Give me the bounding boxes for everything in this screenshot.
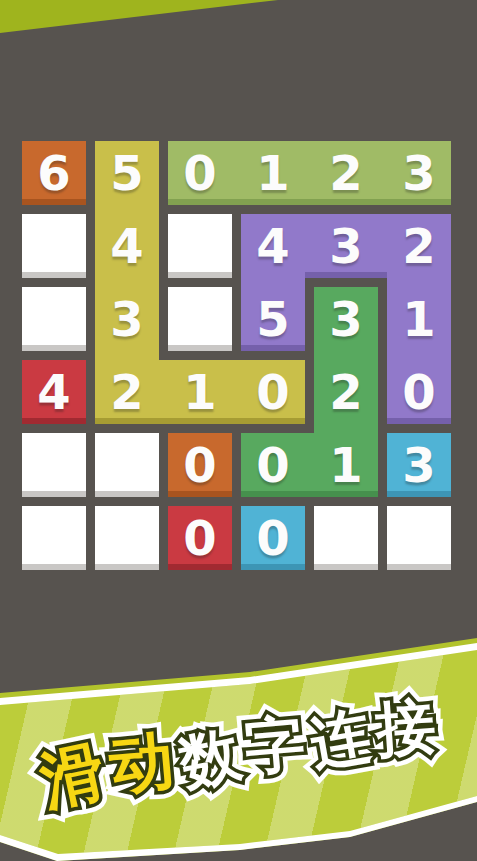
tile-cyan-3-r5c6-value-3[interactable]: 3 xyxy=(387,433,451,497)
cell-shade xyxy=(22,345,86,351)
cell-shade xyxy=(95,564,159,570)
snake-purple-5-connector-shade xyxy=(305,272,314,278)
banner-title-char: 连 xyxy=(302,689,379,788)
tile-number: 0 xyxy=(241,506,305,570)
snake-lime-3-connector[interactable] xyxy=(378,141,387,205)
tile-red-0-r6c3-value-0[interactable]: 0 xyxy=(168,506,232,570)
tile-number: 5 xyxy=(95,141,159,205)
empty-cell-r5c2[interactable] xyxy=(95,433,159,497)
cell-shade xyxy=(168,345,232,351)
tile-number: 1 xyxy=(387,287,451,351)
tile-number: 1 xyxy=(168,360,232,424)
cell-shade xyxy=(314,564,378,570)
empty-cell-r3c3[interactable] xyxy=(168,287,232,351)
empty-cell-r5c1[interactable] xyxy=(22,433,86,497)
cell-shade xyxy=(387,564,451,570)
snake-purple-5-connector-shade xyxy=(378,272,387,278)
tile-yellow-5-r2c2-value-4[interactable]: 4 xyxy=(95,214,159,278)
empty-cell-r6c6[interactable] xyxy=(387,506,451,570)
tile-lime-3-r1c4-value-1[interactable]: 1 xyxy=(241,141,305,205)
tile-number: 0 xyxy=(241,360,305,424)
snake-green-3-connector[interactable] xyxy=(314,424,378,433)
tile-number: 3 xyxy=(314,287,378,351)
title-banner: 滑动数字连接 滑动数字连接 滑动数字连接 xyxy=(0,620,477,861)
tile-number: 0 xyxy=(168,141,232,205)
snake-yellow-5-connector-shade xyxy=(159,418,168,424)
tile-green-3-r3c5-value-3[interactable]: 3 xyxy=(314,287,378,351)
tile-number: 0 xyxy=(168,506,232,570)
tile-yellow-5-r4c4-value-0[interactable]: 0 xyxy=(241,360,305,424)
tile-number: 5 xyxy=(241,287,305,351)
tile-number: 3 xyxy=(314,214,378,278)
tile-number: 3 xyxy=(95,287,159,351)
tile-purple-5-r3c6-value-1[interactable]: 1 xyxy=(387,287,451,351)
cell-shade xyxy=(22,272,86,278)
empty-cell-r2c3[interactable] xyxy=(168,214,232,278)
empty-cell-r6c2[interactable] xyxy=(95,506,159,570)
tile-lime-3-r1c5-value-2[interactable]: 2 xyxy=(314,141,378,205)
tile-purple-5-r2c4-value-4[interactable]: 4 xyxy=(241,214,305,278)
tile-lime-3-r1c6-value-3[interactable]: 3 xyxy=(387,141,451,205)
tile-number: 0 xyxy=(387,360,451,424)
tile-red-4-r4c1-value-4[interactable]: 4 xyxy=(22,360,86,424)
empty-cell-r6c5[interactable] xyxy=(314,506,378,570)
snake-yellow-5-connector[interactable] xyxy=(232,360,241,424)
tile-number: 6 xyxy=(22,141,86,205)
tile-number: 3 xyxy=(387,141,451,205)
empty-cell-r3c1[interactable] xyxy=(22,287,86,351)
tile-green-3-r4c5-value-2[interactable]: 2 xyxy=(314,360,378,424)
tile-green-3-r5c4-value-0[interactable]: 0 xyxy=(241,433,305,497)
tile-number: 2 xyxy=(387,214,451,278)
tile-number: 0 xyxy=(168,433,232,497)
snake-lime-3-connector-shade xyxy=(378,199,387,205)
tile-orange-0-r5c3-value-0[interactable]: 0 xyxy=(168,433,232,497)
tile-number: 2 xyxy=(95,360,159,424)
tile-yellow-5-r4c2-value-2[interactable]: 2 xyxy=(95,360,159,424)
tile-green-3-r5c5-value-1[interactable]: 1 xyxy=(314,433,378,497)
tile-number: 4 xyxy=(241,214,305,278)
snake-lime-3-connector[interactable] xyxy=(305,141,314,205)
snake-lime-3-connector-shade xyxy=(305,199,314,205)
cell-shade xyxy=(168,272,232,278)
snake-purple-5-connector[interactable] xyxy=(387,278,451,287)
banner-title-part1: 滑动 xyxy=(33,723,182,816)
snake-purple-5-connector[interactable] xyxy=(305,214,314,278)
cell-shade xyxy=(22,564,86,570)
snake-yellow-5-connector[interactable] xyxy=(95,278,159,287)
tile-lime-3-r1c3-value-0[interactable]: 0 xyxy=(168,141,232,205)
cell-shade xyxy=(22,491,86,497)
tile-number: 4 xyxy=(22,360,86,424)
empty-cell-r6c1[interactable] xyxy=(22,506,86,570)
tile-number: 2 xyxy=(314,360,378,424)
banner-title-char: 动 xyxy=(105,715,179,810)
empty-cell-r2c1[interactable] xyxy=(22,214,86,278)
banner-title-char: 滑 xyxy=(32,725,115,827)
tile-number: 1 xyxy=(241,141,305,205)
snake-yellow-5-connector-shade xyxy=(232,418,241,424)
tile-number: 4 xyxy=(95,214,159,278)
snake-purple-5-connector[interactable] xyxy=(241,278,305,287)
banner-title-char: 字 xyxy=(240,697,310,792)
tile-number: 1 xyxy=(314,433,378,497)
tile-purple-5-r4c6-value-0[interactable]: 0 xyxy=(387,360,451,424)
banner-title-char: 接 xyxy=(372,680,440,774)
tile-number: 3 xyxy=(387,433,451,497)
tile-purple-5-r2c5-value-3[interactable]: 3 xyxy=(314,214,378,278)
tile-cyan-0-r6c4-value-0[interactable]: 0 xyxy=(241,506,305,570)
tile-yellow-5-r1c2-value-5[interactable]: 5 xyxy=(95,141,159,205)
snake-lime-3-connector[interactable] xyxy=(232,141,241,205)
cell-shade xyxy=(95,491,159,497)
snake-purple-5-connector[interactable] xyxy=(378,214,387,278)
tile-orange-6-r1c1-value-6[interactable]: 6 xyxy=(22,141,86,205)
snake-purple-5-connector[interactable] xyxy=(387,351,451,360)
snake-yellow-5-connector[interactable] xyxy=(159,360,168,424)
snake-yellow-5-connector[interactable] xyxy=(95,205,159,214)
snake-lime-3-connector-shade xyxy=(232,199,241,205)
snake-green-3-connector[interactable] xyxy=(314,351,378,360)
banner-title-char: 数 xyxy=(171,708,250,809)
tile-purple-5-r2c6-value-2[interactable]: 2 xyxy=(387,214,451,278)
game-screen: 65432103210543210321040300 滑动数字连接 滑动数字连接… xyxy=(0,0,477,861)
tile-yellow-5-r4c3-value-1[interactable]: 1 xyxy=(168,360,232,424)
snake-green-3-connector-shade xyxy=(305,491,314,497)
snake-green-3-connector[interactable] xyxy=(305,433,314,497)
tile-yellow-5-r3c2-value-3[interactable]: 3 xyxy=(95,287,159,351)
tile-number: 0 xyxy=(241,433,305,497)
tile-purple-5-r3c4-value-5[interactable]: 5 xyxy=(241,287,305,351)
snake-yellow-5-connector[interactable] xyxy=(95,351,159,360)
tile-number: 2 xyxy=(314,141,378,205)
